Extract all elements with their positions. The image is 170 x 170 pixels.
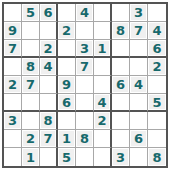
cell-r2c3[interactable] — [40, 22, 58, 40]
cell-r9c4[interactable]: 5 — [58, 148, 76, 166]
cell-r7c9[interactable] — [148, 112, 166, 130]
cell-r5c2[interactable]: 7 — [22, 76, 40, 94]
cell-r2c1[interactable]: 9 — [4, 22, 22, 40]
cell-r3c3[interactable]: 2 — [40, 40, 58, 58]
cell-r3c6[interactable]: 1 — [94, 40, 112, 58]
cell-r7c2[interactable] — [22, 112, 40, 130]
cell-r5c7[interactable]: 6 — [112, 76, 130, 94]
cell-r2c2[interactable] — [22, 22, 40, 40]
cell-r5c9[interactable] — [148, 76, 166, 94]
cell-r4c4[interactable] — [58, 58, 76, 76]
cell-r8c3[interactable]: 7 — [40, 130, 58, 148]
cell-r9c8[interactable] — [130, 148, 148, 166]
cell-r7c7[interactable] — [112, 112, 130, 130]
cell-r3c7[interactable] — [112, 40, 130, 58]
cell-r2c9[interactable]: 4 — [148, 22, 166, 40]
cell-r4c3[interactable]: 4 — [40, 58, 58, 76]
cell-r5c1[interactable]: 2 — [4, 76, 22, 94]
cell-r3c4[interactable] — [58, 40, 76, 58]
cell-r4c7[interactable] — [112, 58, 130, 76]
cell-r6c4[interactable]: 6 — [58, 94, 76, 112]
cell-r5c8[interactable]: 4 — [130, 76, 148, 94]
cell-r2c5[interactable] — [76, 22, 94, 40]
cell-r9c5[interactable] — [76, 148, 94, 166]
cell-r8c4[interactable]: 1 — [58, 130, 76, 148]
sudoku-board: 56439287472316847227964645382271861538 — [2, 2, 168, 168]
cell-r9c6[interactable] — [94, 148, 112, 166]
cell-r4c8[interactable] — [130, 58, 148, 76]
cell-r5c4[interactable]: 9 — [58, 76, 76, 94]
cell-r6c6[interactable]: 4 — [94, 94, 112, 112]
cell-r4c1[interactable] — [4, 58, 22, 76]
cell-r6c8[interactable] — [130, 94, 148, 112]
cell-r1c5[interactable]: 4 — [76, 4, 94, 22]
cell-r1c1[interactable] — [4, 4, 22, 22]
cell-r3c1[interactable]: 7 — [4, 40, 22, 58]
cell-r1c4[interactable] — [58, 4, 76, 22]
cell-r7c1[interactable]: 3 — [4, 112, 22, 130]
cell-r7c8[interactable] — [130, 112, 148, 130]
cell-r4c9[interactable]: 2 — [148, 58, 166, 76]
cell-r4c6[interactable] — [94, 58, 112, 76]
cell-r6c3[interactable] — [40, 94, 58, 112]
cell-r6c1[interactable] — [4, 94, 22, 112]
cell-r8c7[interactable] — [112, 130, 130, 148]
cell-r4c2[interactable]: 8 — [22, 58, 40, 76]
cell-r1c7[interactable] — [112, 4, 130, 22]
cell-r4c5[interactable]: 7 — [76, 58, 94, 76]
cell-r3c9[interactable]: 6 — [148, 40, 166, 58]
cell-r5c3[interactable] — [40, 76, 58, 94]
cell-r3c2[interactable] — [22, 40, 40, 58]
cell-r8c5[interactable]: 8 — [76, 130, 94, 148]
cell-r1c3[interactable]: 6 — [40, 4, 58, 22]
cell-r9c3[interactable] — [40, 148, 58, 166]
cell-r7c4[interactable] — [58, 112, 76, 130]
cell-r2c7[interactable]: 8 — [112, 22, 130, 40]
cell-r1c9[interactable] — [148, 4, 166, 22]
cell-r6c2[interactable] — [22, 94, 40, 112]
cell-r7c6[interactable]: 2 — [94, 112, 112, 130]
cell-r3c8[interactable] — [130, 40, 148, 58]
cell-r8c8[interactable]: 6 — [130, 130, 148, 148]
cell-r7c5[interactable] — [76, 112, 94, 130]
cell-r8c2[interactable]: 2 — [22, 130, 40, 148]
cell-r6c5[interactable] — [76, 94, 94, 112]
cell-r8c6[interactable] — [94, 130, 112, 148]
cell-r9c9[interactable]: 8 — [148, 148, 166, 166]
cell-r8c9[interactable] — [148, 130, 166, 148]
cell-r6c7[interactable] — [112, 94, 130, 112]
cell-r1c2[interactable]: 5 — [22, 4, 40, 22]
cell-r2c6[interactable] — [94, 22, 112, 40]
cell-r2c8[interactable]: 7 — [130, 22, 148, 40]
cell-r9c7[interactable]: 3 — [112, 148, 130, 166]
cell-r7c3[interactable]: 8 — [40, 112, 58, 130]
cell-r5c6[interactable] — [94, 76, 112, 94]
cell-r8c1[interactable] — [4, 130, 22, 148]
cell-r5c5[interactable] — [76, 76, 94, 94]
cell-r1c6[interactable] — [94, 4, 112, 22]
cell-r1c8[interactable]: 3 — [130, 4, 148, 22]
cell-r6c9[interactable]: 5 — [148, 94, 166, 112]
cell-r3c5[interactable]: 3 — [76, 40, 94, 58]
sudoku-page: 56439287472316847227964645382271861538 — [0, 0, 170, 170]
cell-r2c4[interactable]: 2 — [58, 22, 76, 40]
cell-r9c1[interactable] — [4, 148, 22, 166]
cell-r9c2[interactable]: 1 — [22, 148, 40, 166]
